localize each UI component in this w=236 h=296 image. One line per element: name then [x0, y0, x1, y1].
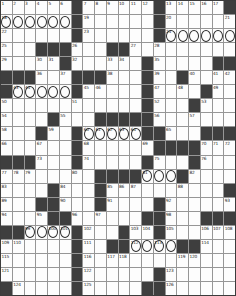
letter-cell[interactable]: 19 [83, 15, 94, 28]
letter-cell[interactable] [48, 170, 59, 183]
letter-cell[interactable] [25, 240, 36, 253]
letter-cell[interactable] [107, 99, 118, 112]
letter-cell[interactable] [119, 198, 130, 211]
letter-cell[interactable] [166, 99, 177, 112]
letter-cell-circled[interactable]: 99 [25, 226, 36, 239]
letter-cell[interactable]: 37 [60, 71, 71, 84]
letter-cell[interactable] [177, 43, 188, 56]
letter-cell[interactable]: 49 [213, 85, 224, 98]
letter-cell[interactable]: 104 [142, 226, 153, 239]
letter-cell[interactable] [25, 184, 36, 197]
letter-cell[interactable] [107, 141, 118, 154]
letter-cell[interactable] [189, 282, 200, 295]
letter-cell[interactable] [95, 99, 106, 112]
letter-cell[interactable] [119, 156, 130, 169]
letter-cell[interactable] [224, 268, 235, 281]
letter-cell[interactable] [119, 268, 130, 281]
letter-cell-circled[interactable] [48, 85, 59, 98]
letter-cell[interactable] [13, 43, 24, 56]
letter-cell[interactable] [48, 99, 59, 112]
letter-cell[interactable] [130, 141, 141, 154]
letter-cell[interactable] [130, 71, 141, 84]
letter-cell[interactable] [130, 198, 141, 211]
letter-cell[interactable] [224, 282, 235, 295]
letter-cell[interactable] [60, 141, 71, 154]
letter-cell[interactable] [36, 29, 47, 42]
letter-cell[interactable] [213, 170, 224, 183]
letter-cell[interactable] [119, 29, 130, 42]
letter-cell-circled[interactable] [48, 15, 59, 28]
letter-cell[interactable] [119, 212, 130, 225]
letter-cell[interactable]: 42 [224, 71, 235, 84]
letter-cell[interactable]: 5 [48, 1, 59, 14]
letter-cell[interactable]: 87 [130, 184, 141, 197]
letter-cell[interactable] [224, 240, 235, 253]
letter-cell[interactable] [25, 113, 36, 126]
letter-cell[interactable]: 13 [166, 1, 177, 14]
letter-cell[interactable] [130, 156, 141, 169]
letter-cell[interactable]: 95 [36, 212, 47, 225]
letter-cell[interactable]: 28 [154, 43, 165, 56]
letter-cell[interactable] [189, 127, 200, 140]
letter-cell[interactable] [107, 156, 118, 169]
letter-cell[interactable]: 36 [36, 71, 47, 84]
letter-cell-circled[interactable] [166, 170, 177, 183]
letter-cell[interactable] [107, 226, 118, 239]
letter-cell[interactable] [25, 198, 36, 211]
letter-cell[interactable]: 45 [83, 85, 94, 98]
letter-cell[interactable]: 83 [1, 184, 12, 197]
letter-cell[interactable]: 85 [107, 184, 118, 197]
letter-cell[interactable] [13, 254, 24, 267]
letter-cell[interactable] [95, 226, 106, 239]
letter-cell[interactable] [36, 240, 47, 253]
letter-cell[interactable] [189, 268, 200, 281]
letter-cell-circled[interactable] [60, 85, 71, 98]
letter-cell[interactable] [72, 184, 83, 197]
letter-cell[interactable] [189, 212, 200, 225]
letter-cell[interactable]: 26 [72, 43, 83, 56]
letter-cell[interactable] [95, 268, 106, 281]
letter-cell[interactable]: 77 [1, 170, 12, 183]
letter-cell[interactable]: 51 [72, 99, 83, 112]
letter-cell-circled[interactable]: 44 [25, 85, 36, 98]
letter-cell[interactable]: 96 [72, 212, 83, 225]
letter-cell-circled[interactable] [13, 15, 24, 28]
letter-cell[interactable]: 91 [107, 198, 118, 211]
letter-cell-circled[interactable]: 101 [60, 226, 71, 239]
letter-cell-circled[interactable]: 81 [142, 170, 153, 183]
letter-cell[interactable]: 117 [107, 254, 118, 267]
letter-cell[interactable] [201, 282, 212, 295]
letter-cell[interactable] [25, 268, 36, 281]
letter-cell[interactable] [83, 43, 94, 56]
letter-cell[interactable]: 54 [1, 113, 12, 126]
letter-cell[interactable] [201, 254, 212, 267]
letter-cell[interactable] [95, 43, 106, 56]
letter-cell[interactable] [119, 282, 130, 295]
letter-cell-circled[interactable] [189, 29, 200, 42]
letter-cell[interactable]: 39 [154, 71, 165, 84]
letter-cell[interactable] [213, 198, 224, 211]
letter-cell[interactable]: 114 [201, 240, 212, 253]
letter-cell[interactable] [177, 99, 188, 112]
letter-cell[interactable] [107, 15, 118, 28]
letter-cell[interactable] [25, 29, 36, 42]
letter-cell[interactable]: 57 [189, 113, 200, 126]
letter-cell[interactable]: 71 [213, 141, 224, 154]
letter-cell[interactable] [142, 43, 153, 56]
letter-cell-circled[interactable]: 113 [154, 240, 165, 253]
letter-cell[interactable]: 121 [1, 268, 12, 281]
letter-cell[interactable] [166, 156, 177, 169]
letter-cell[interactable] [166, 113, 177, 126]
letter-cell[interactable]: 15 [189, 1, 200, 14]
letter-cell[interactable] [36, 282, 47, 295]
letter-cell[interactable] [177, 127, 188, 140]
letter-cell[interactable]: 108 [224, 226, 235, 239]
letter-cell[interactable] [177, 156, 188, 169]
letter-cell[interactable] [83, 212, 94, 225]
letter-cell[interactable] [25, 127, 36, 140]
letter-cell[interactable] [130, 212, 141, 225]
letter-cell[interactable]: 80 [72, 170, 83, 183]
letter-cell[interactable] [189, 226, 200, 239]
letter-cell[interactable]: 55 [60, 113, 71, 126]
letter-cell[interactable]: 7 [83, 1, 94, 14]
letter-cell[interactable] [130, 268, 141, 281]
letter-cell[interactable] [48, 141, 59, 154]
letter-cell[interactable] [201, 113, 212, 126]
letter-cell[interactable] [95, 15, 106, 28]
letter-cell[interactable]: 90 [60, 198, 71, 211]
letter-cell-circled[interactable]: 24 [166, 29, 177, 42]
letter-cell[interactable] [201, 184, 212, 197]
letter-cell[interactable] [48, 156, 59, 169]
letter-cell[interactable]: 33 [107, 57, 118, 70]
letter-cell[interactable]: 123 [166, 268, 177, 281]
letter-cell[interactable] [25, 99, 36, 112]
letter-cell[interactable] [60, 127, 71, 140]
letter-cell[interactable]: 50 [1, 99, 12, 112]
letter-cell-circled[interactable] [154, 170, 165, 183]
letter-cell[interactable] [201, 268, 212, 281]
letter-cell[interactable]: 116 [83, 254, 94, 267]
letter-cell[interactable]: 29 [1, 57, 12, 70]
letter-cell[interactable] [36, 268, 47, 281]
letter-cell[interactable]: 22 [1, 29, 12, 42]
letter-cell[interactable] [213, 254, 224, 267]
letter-cell[interactable]: 94 [1, 212, 12, 225]
letter-cell[interactable] [177, 268, 188, 281]
letter-cell[interactable]: 2 [13, 1, 24, 14]
letter-cell[interactable] [25, 254, 36, 267]
letter-cell[interactable]: 102 [83, 226, 94, 239]
letter-cell[interactable]: 8 [95, 1, 106, 14]
letter-cell[interactable] [224, 156, 235, 169]
letter-cell[interactable]: 31 [48, 57, 59, 70]
letter-cell[interactable]: 103 [130, 226, 141, 239]
letter-cell[interactable] [13, 29, 24, 42]
letter-cell[interactable] [213, 99, 224, 112]
letter-cell[interactable]: 84 [60, 184, 71, 197]
letter-cell[interactable] [130, 57, 141, 70]
letter-cell[interactable] [177, 57, 188, 70]
letter-cell[interactable] [60, 282, 71, 295]
letter-cell[interactable] [201, 198, 212, 211]
letter-cell[interactable]: 41 [213, 71, 224, 84]
letter-cell[interactable] [166, 254, 177, 267]
letter-cell[interactable]: 48 [177, 85, 188, 98]
letter-cell[interactable] [201, 43, 212, 56]
letter-cell[interactable]: 70 [201, 141, 212, 154]
letter-cell-circled[interactable]: 100 [48, 226, 59, 239]
letter-cell-circled[interactable]: 60 [83, 127, 94, 140]
letter-cell[interactable] [60, 268, 71, 281]
letter-cell[interactable] [130, 15, 141, 28]
letter-cell[interactable]: 34 [119, 57, 130, 70]
letter-cell[interactable] [119, 141, 130, 154]
letter-cell[interactable] [166, 85, 177, 98]
letter-cell[interactable] [213, 268, 224, 281]
letter-cell[interactable]: 6 [60, 1, 71, 14]
letter-cell[interactable] [25, 57, 36, 70]
letter-cell[interactable] [13, 184, 24, 197]
letter-cell[interactable] [142, 198, 153, 211]
letter-cell[interactable] [142, 268, 153, 281]
letter-cell-circled[interactable]: 62 [107, 127, 118, 140]
letter-cell-circled[interactable] [213, 29, 224, 42]
letter-cell[interactable] [224, 113, 235, 126]
letter-cell[interactable] [177, 282, 188, 295]
letter-cell[interactable]: 35 [154, 57, 165, 70]
letter-cell[interactable] [107, 212, 118, 225]
letter-cell[interactable]: 106 [201, 226, 212, 239]
letter-cell[interactable]: 65 [166, 127, 177, 140]
letter-cell[interactable] [166, 71, 177, 84]
letter-cell[interactable] [189, 85, 200, 98]
letter-cell[interactable] [36, 170, 47, 183]
letter-cell[interactable]: 27 [130, 43, 141, 56]
letter-cell[interactable] [177, 226, 188, 239]
letter-cell[interactable]: 119 [177, 254, 188, 267]
letter-cell[interactable] [83, 184, 94, 197]
letter-cell[interactable] [154, 254, 165, 267]
letter-cell[interactable] [142, 254, 153, 267]
letter-cell[interactable] [48, 71, 59, 84]
letter-cell[interactable] [224, 99, 235, 112]
letter-cell[interactable]: 109 [1, 240, 12, 253]
letter-cell[interactable]: 111 [83, 240, 94, 253]
letter-cell[interactable] [213, 113, 224, 126]
letter-cell[interactable] [25, 282, 36, 295]
letter-cell[interactable] [13, 127, 24, 140]
letter-cell[interactable] [83, 99, 94, 112]
letter-cell[interactable]: 82 [189, 170, 200, 183]
letter-cell-circled[interactable]: 18 [1, 15, 12, 28]
letter-cell[interactable] [130, 85, 141, 98]
letter-cell[interactable] [189, 15, 200, 28]
letter-cell[interactable] [83, 113, 94, 126]
letter-cell[interactable]: 72 [224, 141, 235, 154]
letter-cell[interactable] [224, 85, 235, 98]
letter-cell[interactable] [83, 198, 94, 211]
letter-cell[interactable]: 25 [1, 43, 12, 56]
letter-cell[interactable] [166, 43, 177, 56]
letter-cell[interactable]: 40 [189, 71, 200, 84]
letter-cell[interactable] [189, 184, 200, 197]
letter-cell[interactable] [36, 254, 47, 267]
letter-cell[interactable] [189, 43, 200, 56]
letter-cell[interactable] [177, 212, 188, 225]
letter-cell-circled[interactable] [60, 15, 71, 28]
letter-cell[interactable] [142, 184, 153, 197]
letter-cell[interactable] [107, 268, 118, 281]
letter-cell-circled[interactable] [25, 15, 36, 28]
letter-cell[interactable]: 86 [119, 184, 130, 197]
letter-cell[interactable]: 52 [154, 99, 165, 112]
letter-cell[interactable]: 76 [201, 156, 212, 169]
letter-cell[interactable] [48, 240, 59, 253]
letter-cell[interactable] [107, 29, 118, 42]
letter-cell[interactable] [224, 170, 235, 183]
letter-cell[interactable]: 9 [107, 1, 118, 14]
letter-cell[interactable]: 53 [201, 99, 212, 112]
letter-cell[interactable]: 12 [142, 1, 153, 14]
letter-cell[interactable]: 32 [72, 57, 83, 70]
letter-cell[interactable] [13, 212, 24, 225]
letter-cell[interactable]: 3 [25, 1, 36, 14]
letter-cell[interactable] [119, 15, 130, 28]
letter-cell[interactable] [60, 254, 71, 267]
letter-cell-circled[interactable] [36, 85, 47, 98]
letter-cell[interactable]: 125 [83, 282, 94, 295]
letter-cell[interactable] [142, 29, 153, 42]
letter-cell[interactable] [60, 240, 71, 253]
letter-cell[interactable] [213, 282, 224, 295]
letter-cell[interactable] [177, 198, 188, 211]
letter-cell[interactable]: 110 [13, 240, 24, 253]
letter-cell[interactable] [83, 57, 94, 70]
letter-cell[interactable] [60, 156, 71, 169]
letter-cell-circled[interactable] [224, 29, 235, 42]
letter-cell[interactable] [13, 268, 24, 281]
letter-cell[interactable] [213, 184, 224, 197]
letter-cell[interactable]: 59 [48, 127, 59, 140]
letter-cell[interactable] [213, 15, 224, 28]
letter-cell[interactable]: 107 [213, 226, 224, 239]
letter-cell[interactable]: 93 [224, 198, 235, 211]
letter-cell[interactable]: 120 [189, 254, 200, 267]
letter-cell[interactable]: 118 [119, 254, 130, 267]
letter-cell[interactable] [119, 71, 130, 84]
letter-cell[interactable]: 92 [166, 198, 177, 211]
letter-cell[interactable]: 97 [95, 212, 106, 225]
letter-cell[interactable] [13, 198, 24, 211]
letter-cell[interactable] [95, 141, 106, 154]
letter-cell[interactable] [213, 43, 224, 56]
letter-cell[interactable] [25, 141, 36, 154]
letter-cell[interactable]: 78 [13, 170, 24, 183]
letter-cell[interactable] [95, 156, 106, 169]
letter-cell[interactable] [189, 57, 200, 70]
letter-cell[interactable] [224, 254, 235, 267]
letter-cell[interactable] [13, 99, 24, 112]
letter-cell[interactable]: 23 [83, 29, 94, 42]
letter-cell[interactable] [201, 71, 212, 84]
letter-cell[interactable]: 10 [119, 1, 130, 14]
letter-cell[interactable] [224, 43, 235, 56]
letter-cell[interactable]: 46 [95, 85, 106, 98]
letter-cell[interactable] [36, 184, 47, 197]
letter-cell[interactable]: 88 [177, 184, 188, 197]
letter-cell[interactable] [95, 254, 106, 267]
letter-cell[interactable] [189, 198, 200, 211]
letter-cell[interactable]: 126 [166, 282, 177, 295]
letter-cell[interactable] [48, 254, 59, 267]
letter-cell[interactable] [201, 15, 212, 28]
letter-cell[interactable]: 67 [36, 141, 47, 154]
letter-cell[interactable]: 74 [83, 156, 94, 169]
letter-cell-circled[interactable] [36, 226, 47, 239]
letter-cell[interactable] [48, 268, 59, 281]
letter-cell[interactable]: 66 [1, 141, 12, 154]
letter-cell[interactable] [142, 15, 153, 28]
letter-cell[interactable] [213, 240, 224, 253]
letter-cell-circled[interactable] [142, 240, 153, 253]
letter-cell[interactable]: 98 [166, 212, 177, 225]
letter-cell[interactable] [177, 113, 188, 126]
letter-cell[interactable] [25, 43, 36, 56]
letter-cell[interactable]: 89 [1, 198, 12, 211]
letter-cell-circled[interactable]: 61 [95, 127, 106, 140]
letter-cell-circled[interactable]: 112 [130, 240, 141, 253]
letter-cell[interactable] [25, 212, 36, 225]
letter-cell[interactable]: 4 [36, 1, 47, 14]
letter-cell[interactable] [119, 99, 130, 112]
letter-cell[interactable] [177, 15, 188, 28]
letter-cell[interactable] [130, 254, 141, 267]
letter-cell[interactable] [72, 198, 83, 211]
letter-cell[interactable] [119, 85, 130, 98]
letter-cell[interactable]: 122 [83, 268, 94, 281]
letter-cell[interactable] [95, 29, 106, 42]
letter-cell[interactable]: 105 [166, 226, 177, 239]
letter-cell[interactable] [60, 99, 71, 112]
letter-cell[interactable] [60, 29, 71, 42]
letter-cell[interactable] [130, 29, 141, 42]
letter-cell[interactable] [130, 99, 141, 112]
letter-cell[interactable] [201, 57, 212, 70]
letter-cell[interactable]: 73 [36, 156, 47, 169]
letter-cell-circled[interactable]: 64 [130, 127, 141, 140]
letter-cell[interactable] [201, 170, 212, 183]
letter-cell[interactable] [166, 57, 177, 70]
letter-cell[interactable] [72, 113, 83, 126]
letter-cell-circled[interactable]: 63 [119, 127, 130, 140]
letter-cell[interactable]: 68 [83, 141, 94, 154]
letter-cell-circled[interactable] [166, 240, 177, 253]
letter-cell[interactable]: 21 [224, 15, 235, 28]
letter-cell[interactable]: 47 [154, 85, 165, 98]
letter-cell[interactable] [36, 99, 47, 112]
letter-cell[interactable]: 38 [107, 71, 118, 84]
letter-cell[interactable] [48, 282, 59, 295]
letter-cell-circled[interactable] [177, 29, 188, 42]
letter-cell[interactable]: 1 [1, 1, 12, 14]
letter-cell[interactable]: 75 [154, 156, 165, 169]
letter-cell[interactable]: 124 [13, 282, 24, 295]
